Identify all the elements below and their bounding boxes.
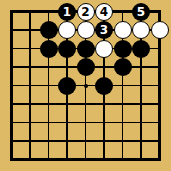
board-intersection bbox=[58, 76, 77, 95]
black-stone bbox=[40, 40, 58, 58]
board-intersection bbox=[76, 21, 95, 40]
star-point bbox=[84, 84, 88, 88]
move-number-label: 2 bbox=[81, 6, 89, 18]
white-stone bbox=[58, 21, 76, 39]
black-stone bbox=[40, 21, 58, 39]
board-intersection bbox=[76, 58, 95, 77]
white-stone bbox=[132, 21, 150, 39]
board-intersection bbox=[113, 39, 132, 58]
board-intersection: 5 bbox=[132, 2, 151, 21]
black-stone: 3 bbox=[95, 21, 113, 39]
black-stone bbox=[58, 77, 76, 95]
black-stone bbox=[77, 40, 95, 58]
board-intersection: 2 bbox=[76, 2, 95, 21]
move-number-label: 3 bbox=[100, 24, 108, 36]
board-intersection bbox=[113, 21, 132, 40]
black-stone bbox=[58, 40, 76, 58]
board-intersection: 1 bbox=[58, 2, 77, 21]
black-stone bbox=[114, 40, 132, 58]
black-stone: 1 bbox=[58, 3, 76, 21]
move-number-label: 4 bbox=[100, 6, 108, 18]
board-intersection bbox=[39, 39, 58, 58]
board-intersection bbox=[132, 39, 151, 58]
white-stone bbox=[95, 40, 113, 58]
black-stone bbox=[95, 77, 113, 95]
black-stone bbox=[77, 58, 95, 76]
board-intersection bbox=[76, 39, 95, 58]
board-intersection bbox=[58, 21, 77, 40]
white-stone: 2 bbox=[77, 3, 95, 21]
board-intersection bbox=[132, 21, 151, 40]
board-intersection bbox=[58, 39, 77, 58]
go-diagram: 12453 bbox=[0, 0, 171, 171]
board-intersection: 3 bbox=[95, 21, 114, 40]
board-intersection bbox=[150, 21, 169, 40]
board-intersection: 4 bbox=[95, 2, 114, 21]
black-stone bbox=[132, 40, 150, 58]
black-stone: 5 bbox=[132, 3, 150, 21]
board-intersection bbox=[95, 76, 114, 95]
move-number-label: 1 bbox=[63, 6, 71, 18]
board-intersection bbox=[39, 21, 58, 40]
white-stone bbox=[151, 21, 169, 39]
move-number-label: 5 bbox=[137, 6, 145, 18]
board-intersection bbox=[95, 39, 114, 58]
board-intersection bbox=[113, 58, 132, 77]
white-stone: 4 bbox=[95, 3, 113, 21]
black-stone bbox=[114, 58, 132, 76]
white-stone bbox=[77, 21, 95, 39]
white-stone bbox=[114, 21, 132, 39]
